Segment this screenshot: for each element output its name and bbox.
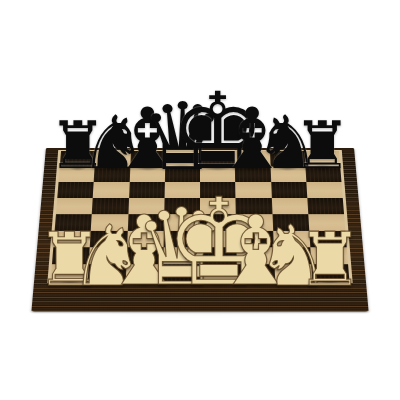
square-g5: [271, 198, 308, 214]
square-a8: [60, 151, 96, 166]
square-h1: [311, 264, 349, 281]
square-g1: [274, 264, 312, 281]
square-h4: [308, 214, 345, 230]
square-b2: [89, 247, 127, 264]
square-c8: [130, 151, 165, 166]
square-a6: [57, 182, 94, 198]
square-b8: [95, 151, 131, 166]
square-f1: [237, 264, 275, 281]
square-h5: [307, 198, 344, 214]
square-b3: [90, 231, 127, 248]
square-d4: [164, 214, 200, 230]
square-c4: [127, 214, 164, 230]
square-g8: [270, 151, 306, 166]
square-a4: [55, 214, 92, 230]
square-f4: [236, 214, 273, 230]
square-h3: [309, 231, 347, 248]
square-b7: [94, 167, 130, 183]
square-h8: [304, 151, 340, 166]
square-c3: [127, 231, 164, 248]
square-c5: [128, 198, 164, 214]
square-f8: [235, 151, 270, 166]
square-b5: [92, 198, 129, 214]
square-e1: [200, 264, 237, 281]
square-g6: [271, 182, 307, 198]
square-h6: [306, 182, 343, 198]
square-e3: [200, 231, 237, 248]
square-a3: [53, 231, 91, 248]
square-g7: [270, 167, 306, 183]
square-a1: [51, 264, 89, 281]
square-g3: [273, 231, 310, 248]
square-f3: [236, 231, 273, 248]
square-b4: [91, 214, 128, 230]
square-d2: [163, 247, 200, 264]
square-g4: [272, 214, 309, 230]
square-a5: [56, 198, 93, 214]
square-a7: [59, 167, 95, 183]
square-d7: [165, 167, 200, 183]
square-e8: [200, 151, 235, 166]
square-e4: [200, 214, 236, 230]
square-f5: [236, 198, 272, 214]
board-border-line: [47, 150, 352, 283]
square-d8: [165, 151, 200, 166]
square-e2: [200, 247, 237, 264]
square-c6: [129, 182, 165, 198]
square-f2: [237, 247, 274, 264]
chess-board: [31, 148, 368, 312]
square-d6: [164, 182, 200, 198]
square-b1: [88, 264, 126, 281]
square-d3: [163, 231, 200, 248]
square-g2: [273, 247, 311, 264]
square-c2: [126, 247, 163, 264]
square-h7: [305, 167, 341, 183]
square-c1: [125, 264, 163, 281]
square-d5: [164, 198, 200, 214]
square-e6: [200, 182, 236, 198]
square-e7: [200, 167, 235, 183]
chess-set-photo: ♜♞♝♛♚♝♞♜♜♞♝♛♚♝♞♜: [0, 0, 400, 400]
square-f6: [235, 182, 271, 198]
square-e5: [200, 198, 236, 214]
square-d1: [163, 264, 200, 281]
square-a2: [52, 247, 90, 264]
square-h2: [310, 247, 348, 264]
square-f7: [235, 167, 271, 183]
board-grid: [51, 151, 350, 281]
square-c7: [129, 167, 165, 183]
square-b6: [93, 182, 129, 198]
